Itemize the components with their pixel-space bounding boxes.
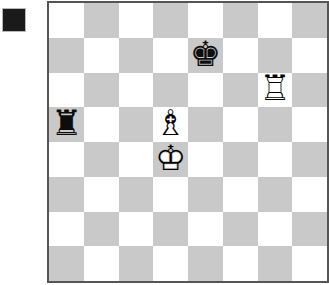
square-d3[interactable] [153,177,188,212]
square-g6[interactable]: ♜♖ [258,73,293,108]
white-king[interactable]: ♚♔ [153,142,188,177]
square-g5[interactable] [258,107,293,142]
square-f6[interactable] [223,73,258,108]
square-g1[interactable] [258,246,293,281]
square-e3[interactable] [188,177,223,212]
square-b5[interactable] [84,107,119,142]
square-a5[interactable]: ♜ [49,107,84,142]
square-f8[interactable] [223,3,258,38]
square-d4[interactable]: ♚♔ [153,142,188,177]
square-c3[interactable] [119,177,154,212]
square-e1[interactable] [188,246,223,281]
square-e2[interactable] [188,212,223,247]
square-h4[interactable] [292,142,327,177]
square-f2[interactable] [223,212,258,247]
square-g7[interactable] [258,38,293,73]
square-b4[interactable] [84,142,119,177]
white-bishop-icon: ♗ [155,106,186,141]
square-d7[interactable] [153,38,188,73]
black-rook[interactable]: ♜ [49,107,84,142]
square-c2[interactable] [119,212,154,247]
square-f3[interactable] [223,177,258,212]
square-f5[interactable] [223,107,258,142]
black-king-icon: ♚ [190,37,221,72]
square-a3[interactable] [49,177,84,212]
square-e4[interactable] [188,142,223,177]
square-e7[interactable]: ♚ [188,38,223,73]
white-rook[interactable]: ♜♖ [258,73,293,108]
square-g8[interactable] [258,3,293,38]
square-h6[interactable] [292,73,327,108]
square-b3[interactable] [84,177,119,212]
square-f7[interactable] [223,38,258,73]
square-e5[interactable] [188,107,223,142]
square-b2[interactable] [84,212,119,247]
black-rook-icon: ♜ [51,106,82,141]
square-g4[interactable] [258,142,293,177]
black-king[interactable]: ♚ [188,38,223,73]
white-bishop[interactable]: ♝♗ [153,107,188,142]
square-h7[interactable] [292,38,327,73]
chess-diagram: ♚♜♖♜♝♗♚♔ [0,0,329,285]
square-h3[interactable] [292,177,327,212]
chess-board: ♚♜♖♜♝♗♚♔ [47,1,329,283]
square-c7[interactable] [119,38,154,73]
square-e8[interactable] [188,3,223,38]
square-f4[interactable] [223,142,258,177]
square-d8[interactable] [153,3,188,38]
square-b8[interactable] [84,3,119,38]
square-b7[interactable] [84,38,119,73]
square-d6[interactable] [153,73,188,108]
square-h1[interactable] [292,246,327,281]
square-a1[interactable] [49,246,84,281]
square-b6[interactable] [84,73,119,108]
white-rook-icon: ♖ [259,71,290,106]
square-h8[interactable] [292,3,327,38]
square-a2[interactable] [49,212,84,247]
square-f1[interactable] [223,246,258,281]
square-c8[interactable] [119,3,154,38]
square-h5[interactable] [292,107,327,142]
square-c6[interactable] [119,73,154,108]
square-a7[interactable] [49,38,84,73]
square-g2[interactable] [258,212,293,247]
black-to-move-indicator [2,8,26,32]
square-a4[interactable] [49,142,84,177]
square-g3[interactable] [258,177,293,212]
square-d5[interactable]: ♝♗ [153,107,188,142]
square-c4[interactable] [119,142,154,177]
square-c5[interactable] [119,107,154,142]
square-e6[interactable] [188,73,223,108]
square-d1[interactable] [153,246,188,281]
square-d2[interactable] [153,212,188,247]
square-h2[interactable] [292,212,327,247]
square-a6[interactable] [49,73,84,108]
white-king-icon: ♔ [155,141,186,176]
square-c1[interactable] [119,246,154,281]
square-a8[interactable] [49,3,84,38]
square-b1[interactable] [84,246,119,281]
